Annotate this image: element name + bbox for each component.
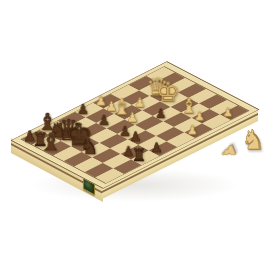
off-board-white-pawn-fallen: ♟ xyxy=(218,141,239,162)
product-photo-scene: ♟♛♚♝♟♟♟♟♟♟♝♟♟♟♟♟♟♟♜♝♞♛♚♞♟♜♝ ♞ ♟ xyxy=(0,0,268,268)
black-pawn-a1: ♟ xyxy=(19,122,40,143)
off-board-white-knight: ♞ xyxy=(241,126,265,153)
